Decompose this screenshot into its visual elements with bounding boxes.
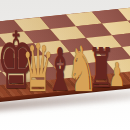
chess-piece-light-pawn[interactable]: ♟ xyxy=(109,58,125,91)
pieces-layer: ♚♛♝♞♜♟ xyxy=(0,0,130,130)
chess-photo-scene: ♚♛♝♞♜♟ xyxy=(0,0,130,130)
